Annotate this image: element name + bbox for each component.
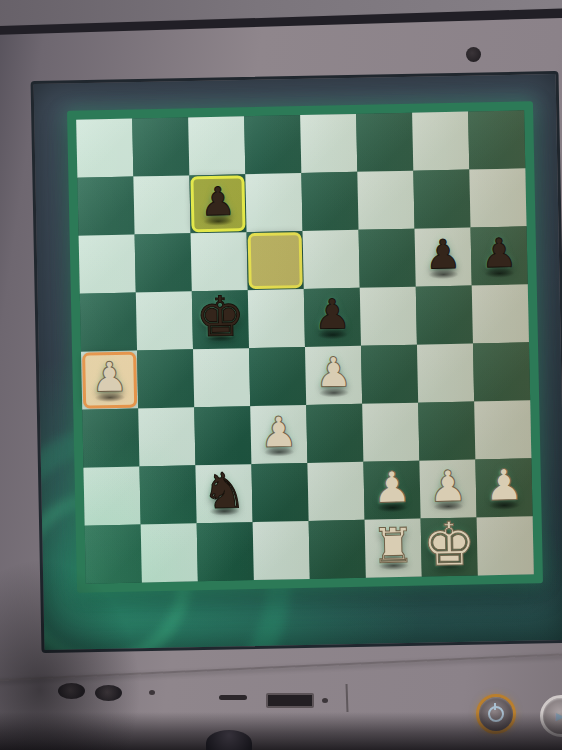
- king-glyph: ♚: [422, 508, 477, 579]
- square-e7[interactable]: [301, 172, 358, 231]
- pawn-glyph: ♟: [91, 353, 129, 402]
- white-pawn-f2[interactable]: ♟: [363, 458, 420, 517]
- pawn-glyph: ♟: [481, 230, 518, 277]
- square-b6[interactable]: [135, 233, 192, 292]
- square-g7[interactable]: [413, 170, 470, 229]
- square-g3[interactable]: [418, 401, 475, 460]
- black-king-c5[interactable]: ♚: [192, 287, 249, 346]
- square-d8[interactable]: [244, 115, 301, 174]
- ir-sensor-icon: [466, 47, 481, 62]
- reset-hole: [322, 698, 328, 703]
- king-glyph: ♚: [195, 284, 246, 349]
- ife-screen-photo: ♟♟♟♚♟♞♟♟♟♟♟♟♜♚ ▶: [0, 0, 562, 750]
- pawn-glyph: ♟: [428, 461, 468, 512]
- square-d7[interactable]: [245, 173, 302, 232]
- black-pawn-c7[interactable]: ♟: [189, 171, 246, 230]
- square-h1[interactable]: [477, 516, 534, 575]
- square-f8[interactable]: [356, 113, 413, 172]
- square-g8[interactable]: [412, 112, 469, 171]
- headphone-jack[interactable]: [95, 685, 122, 701]
- pawn-glyph: ♟: [313, 290, 351, 339]
- usb-port[interactable]: [266, 693, 314, 708]
- square-h7[interactable]: [469, 168, 526, 227]
- square-e1[interactable]: [309, 520, 366, 579]
- card-slot[interactable]: [219, 695, 247, 700]
- square-b1[interactable]: [141, 523, 198, 582]
- square-g5[interactable]: [416, 285, 473, 344]
- white-pawn-g2[interactable]: ♟: [419, 456, 476, 515]
- square-d2[interactable]: [251, 463, 308, 522]
- square-e3[interactable]: [306, 404, 363, 463]
- square-c8[interactable]: [188, 116, 245, 175]
- square-a1[interactable]: [85, 524, 142, 583]
- square-b5[interactable]: [136, 291, 193, 350]
- cursor-square: [248, 232, 303, 289]
- square-d5[interactable]: [248, 289, 305, 348]
- knight-glyph: ♞: [201, 462, 246, 520]
- pawn-glyph: ♟: [259, 407, 298, 457]
- pawn-glyph: ♟: [315, 348, 353, 397]
- pawn-glyph: ♟: [200, 178, 236, 224]
- square-h4[interactable]: [473, 342, 530, 401]
- square-c3[interactable]: [194, 406, 251, 465]
- handset-knob: [206, 730, 252, 750]
- microphone-hole: [149, 690, 155, 695]
- white-pawn-h2[interactable]: ♟: [475, 455, 532, 514]
- square-d6[interactable]: [247, 231, 304, 290]
- black-knight-c2[interactable]: ♞: [195, 461, 252, 520]
- square-a7[interactable]: [77, 177, 134, 236]
- black-pawn-g6[interactable]: ♟: [414, 225, 471, 284]
- square-e8[interactable]: [300, 114, 357, 173]
- square-a2[interactable]: [83, 466, 140, 525]
- white-pawn-d3[interactable]: ♟: [250, 402, 307, 461]
- square-d1[interactable]: [253, 521, 310, 580]
- white-pawn-a4[interactable]: ♟: [81, 348, 138, 407]
- square-f4[interactable]: [361, 345, 418, 404]
- square-b4[interactable]: [137, 349, 194, 408]
- bezel-bottom-shadow: [0, 712, 562, 750]
- square-b7[interactable]: [133, 175, 190, 234]
- square-c1[interactable]: [197, 522, 254, 581]
- white-king-g1[interactable]: ♚: [421, 514, 478, 573]
- square-f6[interactable]: [359, 229, 416, 288]
- square-b2[interactable]: [139, 465, 196, 524]
- pawn-glyph: ♟: [484, 459, 524, 510]
- square-c4[interactable]: [193, 348, 250, 407]
- square-c6[interactable]: [191, 232, 248, 291]
- black-pawn-e5[interactable]: ♟: [304, 285, 361, 344]
- square-h3[interactable]: [474, 400, 531, 459]
- square-g4[interactable]: [417, 343, 474, 402]
- pawn-glyph: ♟: [425, 231, 462, 278]
- square-a3[interactable]: [82, 409, 139, 468]
- white-pawn-e4[interactable]: ♟: [305, 343, 362, 402]
- headphone-jack[interactable]: [58, 683, 85, 699]
- square-b8[interactable]: [132, 117, 189, 176]
- square-e6[interactable]: [303, 230, 360, 289]
- square-f7[interactable]: [357, 171, 414, 230]
- square-h5[interactable]: [472, 284, 529, 343]
- chess-board: ♟♟♟♚♟♞♟♟♟♟♟♟♜♚: [67, 101, 543, 593]
- square-b3[interactable]: [138, 407, 195, 466]
- square-f3[interactable]: [362, 403, 419, 462]
- square-e2[interactable]: [307, 462, 364, 521]
- white-rook-f1[interactable]: ♜: [365, 516, 422, 575]
- square-h8[interactable]: [468, 110, 525, 169]
- square-f5[interactable]: [360, 287, 417, 346]
- square-a8[interactable]: [76, 119, 133, 178]
- square-d4[interactable]: [249, 347, 306, 406]
- rook-glyph: ♜: [371, 517, 415, 574]
- black-pawn-h6[interactable]: ♟: [470, 223, 527, 282]
- square-a5[interactable]: [80, 293, 137, 352]
- pawn-glyph: ♟: [372, 462, 412, 513]
- square-a6[interactable]: [79, 235, 136, 294]
